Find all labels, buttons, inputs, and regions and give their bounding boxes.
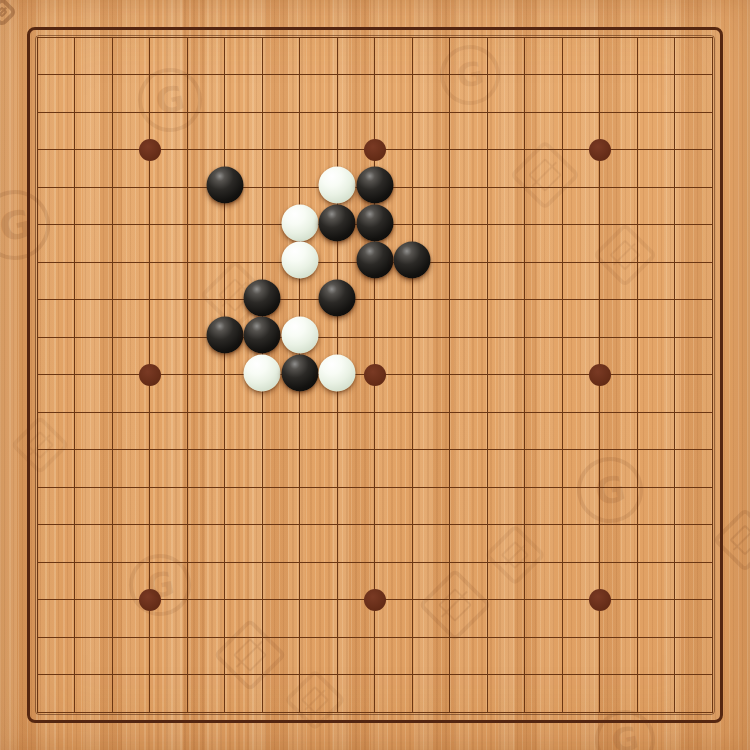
board-cell — [487, 112, 525, 150]
board-cell — [224, 112, 262, 150]
board-cell — [37, 524, 75, 562]
board-cell — [449, 37, 487, 75]
board-cell — [637, 412, 675, 450]
watermark-seal-icon — [0, 0, 18, 28]
board-cell — [524, 374, 562, 412]
board-cell — [637, 224, 675, 262]
board-cell — [524, 74, 562, 112]
board-cell — [412, 337, 450, 375]
stone-black-L13[interactable] — [394, 242, 431, 279]
board-cell — [487, 262, 525, 300]
board-cell — [37, 224, 75, 262]
board-cell — [187, 262, 225, 300]
board-cell — [224, 562, 262, 600]
board-cell — [149, 674, 187, 712]
board-cell — [487, 187, 525, 225]
board-cell — [187, 637, 225, 675]
board-cell — [637, 37, 675, 75]
board-cell — [599, 674, 637, 712]
board-cell — [524, 524, 562, 562]
board-cell — [487, 449, 525, 487]
board-cell — [487, 374, 525, 412]
board-cell — [674, 74, 712, 112]
board-cell — [524, 674, 562, 712]
board-cell — [187, 74, 225, 112]
board-cell — [337, 37, 375, 75]
board-cell — [262, 412, 300, 450]
board-cell — [374, 487, 412, 525]
board-cell — [112, 412, 150, 450]
stone-white-J10[interactable] — [319, 354, 356, 391]
board-cell — [262, 674, 300, 712]
board-cell — [562, 524, 600, 562]
board-cell — [112, 187, 150, 225]
board-cell — [149, 187, 187, 225]
board-cell — [374, 637, 412, 675]
board-cell — [637, 337, 675, 375]
star-point — [589, 364, 611, 386]
board-cell — [487, 487, 525, 525]
board-cell — [487, 37, 525, 75]
board-cell — [637, 74, 675, 112]
board-cell — [149, 74, 187, 112]
board-cell — [599, 449, 637, 487]
stone-black-K13[interactable] — [356, 242, 393, 279]
board-cell — [674, 562, 712, 600]
board-cell — [562, 262, 600, 300]
board-cell — [524, 187, 562, 225]
board-cell — [299, 599, 337, 637]
board-cell — [562, 487, 600, 525]
board-cell — [74, 149, 112, 187]
board-cell — [449, 637, 487, 675]
board-cell — [74, 374, 112, 412]
board-cell — [224, 487, 262, 525]
board-cell — [149, 37, 187, 75]
stone-white-H13[interactable] — [281, 242, 318, 279]
board-cell — [74, 262, 112, 300]
board-cell — [637, 524, 675, 562]
board-cell — [37, 562, 75, 600]
board-cell — [562, 449, 600, 487]
board-cell — [412, 37, 450, 75]
board-cell — [224, 412, 262, 450]
board-cell — [674, 149, 712, 187]
board-cell — [637, 674, 675, 712]
board-cell — [149, 224, 187, 262]
board-cell — [674, 299, 712, 337]
board-cell — [524, 637, 562, 675]
board-cell — [37, 299, 75, 337]
board-cell — [449, 299, 487, 337]
board-cell — [262, 524, 300, 562]
board-cell — [224, 224, 262, 262]
board-cell — [337, 674, 375, 712]
board-cell — [187, 562, 225, 600]
board-cell — [449, 374, 487, 412]
board-cell — [674, 37, 712, 75]
board-cell — [674, 412, 712, 450]
board-cell — [187, 487, 225, 525]
board-cell — [674, 224, 712, 262]
board-cell — [112, 74, 150, 112]
board-cell — [599, 524, 637, 562]
board-cell — [449, 674, 487, 712]
board-cell — [412, 74, 450, 112]
board-cell — [112, 299, 150, 337]
star-point — [364, 589, 386, 611]
board-cell — [37, 674, 75, 712]
goban: GGGGGG — [0, 0, 750, 750]
board-cell — [487, 74, 525, 112]
board-cell — [562, 187, 600, 225]
board-cell — [74, 224, 112, 262]
board-cell — [337, 637, 375, 675]
board-cell — [74, 562, 112, 600]
board-cell — [262, 599, 300, 637]
board-cell — [337, 449, 375, 487]
board-cell — [674, 374, 712, 412]
board-cell — [299, 412, 337, 450]
board-cell — [637, 562, 675, 600]
board-cell — [674, 674, 712, 712]
board-cell — [337, 412, 375, 450]
board-cell — [187, 412, 225, 450]
board-cell — [487, 637, 525, 675]
board-cell — [674, 637, 712, 675]
board-cell — [74, 674, 112, 712]
board-cell — [37, 449, 75, 487]
board-cell — [524, 337, 562, 375]
board-cell — [37, 149, 75, 187]
board-cell — [637, 149, 675, 187]
board-cell — [299, 449, 337, 487]
stone-black-G12[interactable] — [244, 279, 281, 316]
board-cell — [74, 487, 112, 525]
board-cell — [599, 412, 637, 450]
board-cell — [187, 449, 225, 487]
board-cell — [524, 37, 562, 75]
board-cell — [637, 262, 675, 300]
star-point — [364, 139, 386, 161]
board-cell — [524, 224, 562, 262]
board-cell — [74, 37, 112, 75]
board-cell — [524, 299, 562, 337]
board-cell — [149, 299, 187, 337]
board-cell — [412, 599, 450, 637]
board-cell — [562, 674, 600, 712]
board-cell — [74, 74, 112, 112]
board-cell — [149, 262, 187, 300]
board-cell — [412, 187, 450, 225]
board-cell — [37, 187, 75, 225]
board-cell — [262, 37, 300, 75]
board-cell — [449, 487, 487, 525]
board-cell — [562, 299, 600, 337]
board-cell — [449, 562, 487, 600]
board-cell — [637, 299, 675, 337]
stone-white-H14[interactable] — [281, 204, 318, 241]
board-cell — [674, 599, 712, 637]
board-cell — [637, 449, 675, 487]
board-cell — [449, 262, 487, 300]
board-cell — [374, 412, 412, 450]
stone-black-H10[interactable] — [281, 354, 318, 391]
board-cell — [337, 487, 375, 525]
stone-black-F11[interactable] — [206, 317, 243, 354]
board-cell — [74, 112, 112, 150]
board-cell — [487, 412, 525, 450]
board-cell — [412, 149, 450, 187]
board-cell — [187, 224, 225, 262]
board-cell — [37, 374, 75, 412]
board-cell — [149, 449, 187, 487]
board-cell — [374, 674, 412, 712]
board-cell — [412, 562, 450, 600]
board-cell — [262, 112, 300, 150]
board-cell — [449, 449, 487, 487]
board-cell — [374, 37, 412, 75]
board-cell — [412, 674, 450, 712]
board-cell — [449, 524, 487, 562]
board-cell — [524, 449, 562, 487]
stone-black-K15[interactable] — [356, 167, 393, 204]
board-cell — [599, 262, 637, 300]
board-cell — [599, 637, 637, 675]
star-point — [139, 139, 161, 161]
board-cell — [562, 37, 600, 75]
board-cell — [524, 487, 562, 525]
board-cell — [599, 224, 637, 262]
board-cell — [637, 637, 675, 675]
board-cell — [112, 524, 150, 562]
board-cell — [74, 449, 112, 487]
board-cell — [187, 374, 225, 412]
board-cell — [187, 599, 225, 637]
stone-black-F15[interactable] — [206, 167, 243, 204]
board-cell — [674, 524, 712, 562]
star-point — [139, 364, 161, 386]
board-cell — [262, 74, 300, 112]
board-cell — [224, 449, 262, 487]
board-cell — [599, 187, 637, 225]
board-cell — [674, 449, 712, 487]
board-cell — [637, 187, 675, 225]
board-cell — [112, 37, 150, 75]
board-cell — [262, 637, 300, 675]
board-cell — [224, 524, 262, 562]
board-cell — [224, 674, 262, 712]
board-cell — [524, 262, 562, 300]
board-cell — [524, 149, 562, 187]
board-cell — [412, 524, 450, 562]
board-cell — [524, 112, 562, 150]
board-cell — [562, 412, 600, 450]
board-cell — [599, 37, 637, 75]
board-cell — [562, 637, 600, 675]
board-cell — [487, 599, 525, 637]
board-cell — [412, 412, 450, 450]
board-cell — [112, 487, 150, 525]
board-cell — [299, 74, 337, 112]
board-cell — [487, 337, 525, 375]
board-cell — [149, 524, 187, 562]
board-cell — [412, 374, 450, 412]
board-cell — [487, 149, 525, 187]
star-point — [589, 139, 611, 161]
board-cell — [149, 637, 187, 675]
stone-black-G11[interactable] — [244, 317, 281, 354]
board-cell — [262, 449, 300, 487]
board-cell — [187, 674, 225, 712]
board-cell — [562, 224, 600, 262]
board-cell — [449, 224, 487, 262]
board-cell — [412, 449, 450, 487]
board-cell — [262, 487, 300, 525]
board-cell — [112, 449, 150, 487]
board-cell — [637, 487, 675, 525]
board-cell — [112, 674, 150, 712]
board-cell — [412, 299, 450, 337]
board-cell — [299, 487, 337, 525]
board-cell — [37, 262, 75, 300]
board-cell — [299, 112, 337, 150]
board-cell — [674, 112, 712, 150]
board-cell — [74, 337, 112, 375]
stone-black-J14[interactable] — [319, 204, 356, 241]
board-cell — [74, 637, 112, 675]
board-cell — [37, 37, 75, 75]
board-cell — [299, 637, 337, 675]
board-cell — [374, 74, 412, 112]
board-cell — [37, 412, 75, 450]
board-cell — [449, 337, 487, 375]
stone-black-J12[interactable] — [319, 279, 356, 316]
board-cell — [299, 674, 337, 712]
board-cell — [37, 112, 75, 150]
board-cell — [187, 112, 225, 150]
board-cell — [562, 74, 600, 112]
board-cell — [37, 487, 75, 525]
board-cell — [74, 599, 112, 637]
board-cell — [112, 262, 150, 300]
board-cell — [487, 562, 525, 600]
board-cell — [412, 112, 450, 150]
board-cell — [487, 674, 525, 712]
board-cell — [224, 74, 262, 112]
star-point — [589, 589, 611, 611]
board-cell — [449, 149, 487, 187]
board-cell — [674, 262, 712, 300]
board-cell — [37, 637, 75, 675]
board-cell — [299, 562, 337, 600]
board-cell — [149, 412, 187, 450]
board-cell — [412, 637, 450, 675]
board-cell — [524, 412, 562, 450]
board-cell — [637, 112, 675, 150]
board-cell — [262, 149, 300, 187]
board-cell — [224, 637, 262, 675]
board-cell — [112, 224, 150, 262]
board-cell — [449, 599, 487, 637]
board-cell — [449, 112, 487, 150]
board-cell — [412, 487, 450, 525]
board-cell — [74, 524, 112, 562]
board-cell — [449, 74, 487, 112]
board-cell — [374, 299, 412, 337]
board-cell — [487, 299, 525, 337]
stone-black-K14[interactable] — [356, 204, 393, 241]
board-cell — [299, 524, 337, 562]
board-cell — [262, 562, 300, 600]
board-cell — [149, 487, 187, 525]
board-cell — [299, 37, 337, 75]
board-cell — [374, 449, 412, 487]
board-cell — [337, 74, 375, 112]
board-cell — [187, 37, 225, 75]
stone-white-H11[interactable] — [281, 317, 318, 354]
board-cell — [449, 412, 487, 450]
board-cell — [637, 599, 675, 637]
board-cell — [74, 299, 112, 337]
stone-white-J15[interactable] — [319, 167, 356, 204]
board-cell — [224, 37, 262, 75]
board-cell — [449, 187, 487, 225]
board-cell — [674, 487, 712, 525]
board-cell — [487, 224, 525, 262]
star-point — [364, 364, 386, 386]
board-cell — [487, 524, 525, 562]
board-cell — [374, 524, 412, 562]
board-cell — [599, 487, 637, 525]
board-cell — [37, 74, 75, 112]
board-cell — [224, 599, 262, 637]
board-cell — [674, 187, 712, 225]
board-cell — [637, 374, 675, 412]
board-cell — [599, 74, 637, 112]
board-cell — [37, 337, 75, 375]
board-cell — [187, 524, 225, 562]
star-point — [139, 589, 161, 611]
board-cell — [674, 337, 712, 375]
board-cell — [37, 599, 75, 637]
board-cell — [74, 412, 112, 450]
board-cell — [599, 299, 637, 337]
board-cell — [74, 187, 112, 225]
board-cell — [524, 562, 562, 600]
board-cell — [112, 637, 150, 675]
board-cell — [337, 524, 375, 562]
board-cell — [524, 599, 562, 637]
stone-white-G10[interactable] — [244, 354, 281, 391]
